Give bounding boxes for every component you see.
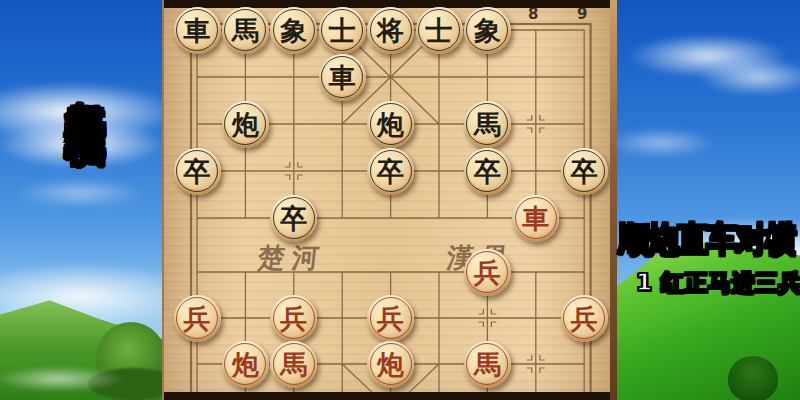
video-frame: { "scene": { "left_banner_title": "象棋开局定…	[0, 0, 800, 400]
piece-character: 馬	[474, 111, 501, 138]
piece-black-elephant[interactable]: 象	[464, 7, 511, 54]
piece-character: 卒	[280, 205, 307, 232]
piece-red-horse[interactable]: 馬	[270, 341, 317, 388]
piece-character: 象	[474, 17, 501, 44]
piece-black-chariot[interactable]: 車	[174, 7, 221, 54]
piece-character: 馬	[232, 17, 259, 44]
piece-character: 炮	[377, 111, 404, 138]
piece-character: 卒	[377, 158, 404, 185]
piece-character: 車	[329, 64, 356, 91]
piece-black-horse[interactable]: 馬	[464, 101, 511, 148]
piece-character: 炮	[232, 351, 259, 378]
piece-black-soldier[interactable]: 卒	[561, 148, 608, 195]
piece-black-soldier[interactable]: 卒	[270, 195, 317, 242]
piece-black-soldier[interactable]: 卒	[174, 148, 221, 195]
opening-heading: 顺炮直车对横	[618, 221, 795, 258]
piece-red-chariot[interactable]: 車	[512, 195, 559, 242]
piece-character: 車	[184, 17, 211, 44]
piece-black-soldier[interactable]: 卒	[367, 148, 414, 195]
piece-black-horse[interactable]: 馬	[222, 7, 269, 54]
piece-red-horse[interactable]: 馬	[464, 341, 511, 388]
board-frame-edge	[610, 0, 617, 400]
piece-character: 卒	[184, 158, 211, 185]
piece-character: 兵	[280, 305, 307, 332]
piece-red-soldier[interactable]: 兵	[174, 295, 221, 342]
piece-character: 卒	[474, 158, 501, 185]
piece-character: 炮	[232, 111, 259, 138]
river-label-chu: 楚河	[256, 240, 328, 276]
piece-character: 兵	[474, 259, 501, 286]
piece-character: 馬	[474, 351, 501, 378]
piece-character: 炮	[377, 351, 404, 378]
xiangqi-board[interactable]: 楚河 漢界 8 9 車馬象士将士象車炮炮馬卒卒卒卒卒車兵兵兵兵兵炮馬炮馬	[162, 0, 612, 400]
piece-black-chariot[interactable]: 車	[319, 54, 366, 101]
piece-character: 象	[280, 17, 307, 44]
piece-red-cannon[interactable]: 炮	[222, 341, 269, 388]
piece-character: 兵	[377, 305, 404, 332]
piece-black-general[interactable]: 将	[367, 7, 414, 54]
piece-character: 将	[377, 17, 404, 44]
piece-character: 卒	[571, 158, 598, 185]
piece-character: 兵	[184, 305, 211, 332]
piece-black-soldier[interactable]: 卒	[464, 148, 511, 195]
piece-character: 士	[426, 17, 453, 44]
piece-character: 車	[522, 205, 549, 232]
piece-red-soldier[interactable]: 兵	[464, 249, 511, 296]
piece-black-cannon[interactable]: 炮	[367, 101, 414, 148]
piece-character: 馬	[280, 351, 307, 378]
piece-black-advisor[interactable]: 士	[319, 7, 366, 54]
piece-black-cannon[interactable]: 炮	[222, 101, 269, 148]
piece-red-soldier[interactable]: 兵	[367, 295, 414, 342]
piece-black-advisor[interactable]: 士	[416, 7, 463, 54]
piece-character: 兵	[571, 305, 598, 332]
piece-black-elephant[interactable]: 象	[270, 7, 317, 54]
piece-red-soldier[interactable]: 兵	[561, 295, 608, 342]
move-line: 1 红正马进三兵	[636, 270, 800, 295]
cloud	[698, 58, 800, 96]
piece-red-cannon[interactable]: 炮	[367, 341, 414, 388]
cloud	[606, 128, 716, 158]
series-title-vertical: 象棋开局定式与棋	[66, 70, 106, 400]
tree-right	[728, 356, 778, 400]
piece-red-soldier[interactable]: 兵	[270, 295, 317, 342]
piece-character: 士	[329, 17, 356, 44]
board-bottom-bar	[164, 392, 612, 400]
